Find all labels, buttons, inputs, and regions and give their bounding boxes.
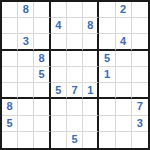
cell-r7c2[interactable] <box>18 99 34 115</box>
cell-r5c8[interactable] <box>116 67 132 83</box>
cell-r2c7[interactable] <box>99 18 115 34</box>
cell-r5c2[interactable] <box>18 67 34 83</box>
cell-r6c1[interactable] <box>2 83 18 99</box>
cell-r5c9[interactable] <box>132 67 148 83</box>
cell-r2c3[interactable] <box>34 18 50 34</box>
cell-r5c1[interactable] <box>2 67 18 83</box>
cell-r6c9[interactable] <box>132 83 148 99</box>
cell-r6c6: 1 <box>83 83 99 99</box>
cell-r1c7[interactable] <box>99 2 115 18</box>
cell-r3c5[interactable] <box>67 34 83 50</box>
cell-r4c1[interactable] <box>2 51 18 67</box>
cell-r3c1[interactable] <box>2 34 18 50</box>
cell-r5c5[interactable] <box>67 67 83 83</box>
cell-r3c6[interactable] <box>83 34 99 50</box>
cell-r3c7[interactable] <box>99 34 115 50</box>
cell-r2c8[interactable] <box>116 18 132 34</box>
cell-r4c9[interactable] <box>132 51 148 67</box>
cell-r8c5[interactable] <box>67 116 83 132</box>
cell-r8c1: 5 <box>2 116 18 132</box>
cell-r6c2[interactable] <box>18 83 34 99</box>
cell-r4c5[interactable] <box>67 51 83 67</box>
cell-r4c2[interactable] <box>18 51 34 67</box>
cell-r6c8[interactable] <box>116 83 132 99</box>
cell-r7c6[interactable] <box>83 99 99 115</box>
cell-r3c9[interactable] <box>132 34 148 50</box>
cell-r9c3[interactable] <box>34 132 50 148</box>
cell-r7c8[interactable] <box>116 99 132 115</box>
cell-r2c6: 8 <box>83 18 99 34</box>
cell-r9c5: 5 <box>67 132 83 148</box>
cell-r5c4[interactable] <box>51 67 67 83</box>
cell-r8c8[interactable] <box>116 116 132 132</box>
cell-r9c8[interactable] <box>116 132 132 148</box>
cell-r8c3[interactable] <box>34 116 50 132</box>
cell-r2c1[interactable] <box>2 18 18 34</box>
cell-r8c7[interactable] <box>99 116 115 132</box>
cell-r8c6[interactable] <box>83 116 99 132</box>
cell-r1c5[interactable] <box>67 2 83 18</box>
cell-r2c2[interactable] <box>18 18 34 34</box>
cell-r4c8[interactable] <box>116 51 132 67</box>
cell-r1c4[interactable] <box>51 2 67 18</box>
cell-r3c2: 3 <box>18 34 34 50</box>
cell-r7c9: 7 <box>132 99 148 115</box>
cell-r7c3[interactable] <box>34 99 50 115</box>
cell-r5c7: 1 <box>99 67 115 83</box>
cell-r4c7: 5 <box>99 51 115 67</box>
cell-r5c6[interactable] <box>83 67 99 83</box>
cell-r1c9[interactable] <box>132 2 148 18</box>
cell-r9c6[interactable] <box>83 132 99 148</box>
cell-r8c4[interactable] <box>51 116 67 132</box>
cell-r3c4[interactable] <box>51 34 67 50</box>
cell-r3c3[interactable] <box>34 34 50 50</box>
cell-r4c3: 8 <box>34 51 50 67</box>
cell-r6c5: 7 <box>67 83 83 99</box>
cell-r7c7[interactable] <box>99 99 115 115</box>
cell-r9c2[interactable] <box>18 132 34 148</box>
cell-r4c4[interactable] <box>51 51 67 67</box>
sudoku-board: 824834855157187535 <box>0 0 150 150</box>
cell-r6c4: 5 <box>51 83 67 99</box>
cell-r1c2: 8 <box>18 2 34 18</box>
cell-r8c9: 3 <box>132 116 148 132</box>
cell-r2c4: 4 <box>51 18 67 34</box>
cell-r9c7[interactable] <box>99 132 115 148</box>
cell-r6c7[interactable] <box>99 83 115 99</box>
cell-r7c5[interactable] <box>67 99 83 115</box>
cell-r1c6[interactable] <box>83 2 99 18</box>
cell-r6c3[interactable] <box>34 83 50 99</box>
cell-r1c1[interactable] <box>2 2 18 18</box>
cell-r8c2[interactable] <box>18 116 34 132</box>
cell-r9c1[interactable] <box>2 132 18 148</box>
cell-r2c5[interactable] <box>67 18 83 34</box>
cell-r3c8: 4 <box>116 34 132 50</box>
cell-r1c8: 2 <box>116 2 132 18</box>
cell-r5c3: 5 <box>34 67 50 83</box>
cell-r4c6[interactable] <box>83 51 99 67</box>
cell-r1c3[interactable] <box>34 2 50 18</box>
cell-r7c4[interactable] <box>51 99 67 115</box>
cell-r9c9[interactable] <box>132 132 148 148</box>
cell-r9c4[interactable] <box>51 132 67 148</box>
cell-r7c1: 8 <box>2 99 18 115</box>
cell-r2c9[interactable] <box>132 18 148 34</box>
